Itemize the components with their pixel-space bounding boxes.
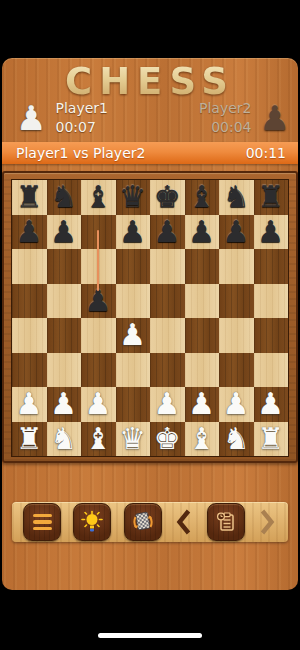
square-g7[interactable]: ♟ [219,215,254,250]
white-pawn: ♟ [188,387,215,421]
square-e5[interactable] [150,284,185,319]
black-king: ♚ [154,180,181,214]
notation-clock-icon [214,510,238,534]
square-h4[interactable] [254,318,289,353]
match-timer: 00:11 [246,145,298,161]
hamburger-icon [33,514,52,531]
match-bar: Player1 vs Player2 00:11 [2,142,298,164]
brown-pawn-icon: ♟ [260,98,290,138]
black-queen: ♛ [119,180,146,214]
white-pawn: ♟ [119,318,146,352]
square-f1[interactable]: ♝ [185,422,220,457]
white-player-clock: 00:07 [55,118,107,137]
black-bishop: ♝ [188,180,215,214]
status-bar-area [0,0,300,58]
square-e8[interactable]: ♚ [150,180,185,215]
white-player-name: Player1 [55,99,107,118]
lightbulb-icon [80,510,104,534]
square-g5[interactable] [219,284,254,319]
black-pawn: ♟ [257,215,284,249]
square-a1[interactable]: ♜ [12,422,47,457]
square-b2[interactable]: ♟ [47,387,82,422]
white-bishop: ♝ [85,422,112,456]
square-h7[interactable]: ♟ [254,215,289,250]
white-knight: ♞ [223,422,250,456]
square-b6[interactable] [47,249,82,284]
square-d8[interactable]: ♛ [116,180,151,215]
black-pawn: ♟ [16,215,43,249]
square-a4[interactable] [12,318,47,353]
square-b3[interactable] [47,353,82,388]
square-h6[interactable] [254,249,289,284]
black-player-name: Player2 [199,99,251,118]
black-pawn: ♟ [188,215,215,249]
square-h5[interactable] [254,284,289,319]
last-move-arrow [97,230,99,291]
square-a5[interactable] [12,284,47,319]
square-e1[interactable]: ♚ [150,422,185,457]
black-rook: ♜ [16,180,43,214]
square-f6[interactable] [185,249,220,284]
match-label: Player1 vs Player2 [2,145,145,161]
square-d6[interactable] [116,249,151,284]
square-b5[interactable] [47,284,82,319]
square-e6[interactable] [150,249,185,284]
white-bishop: ♝ [188,422,215,456]
black-pawn: ♟ [50,215,77,249]
black-player-clock: 00:04 [199,118,251,137]
hint-button[interactable] [73,503,111,541]
square-g8[interactable]: ♞ [219,180,254,215]
square-c8[interactable]: ♝ [81,180,116,215]
menu-button[interactable] [23,503,61,541]
white-king: ♚ [154,422,181,456]
square-g4[interactable] [219,318,254,353]
black-rook: ♜ [257,180,284,214]
square-a2[interactable]: ♟ [12,387,47,422]
square-e2[interactable]: ♟ [150,387,185,422]
square-c3[interactable] [81,353,116,388]
white-pawn: ♟ [85,387,112,421]
square-c1[interactable]: ♝ [81,422,116,457]
square-a3[interactable] [12,353,47,388]
white-pawn: ♟ [257,387,284,421]
square-f3[interactable] [185,353,220,388]
square-b7[interactable]: ♟ [47,215,82,250]
square-e3[interactable] [150,353,185,388]
flip-board-button[interactable] [124,503,162,541]
square-d2[interactable] [116,387,151,422]
square-b1[interactable]: ♞ [47,422,82,457]
square-e7[interactable]: ♟ [150,215,185,250]
square-h8[interactable]: ♜ [254,180,289,215]
square-g2[interactable]: ♟ [219,387,254,422]
black-pawn: ♟ [119,215,146,249]
white-pawn: ♟ [50,387,77,421]
square-d4[interactable]: ♟ [116,318,151,353]
square-f5[interactable] [185,284,220,319]
chevron-right-icon [258,508,276,536]
square-g6[interactable] [219,249,254,284]
square-b4[interactable] [47,318,82,353]
square-a7[interactable]: ♟ [12,215,47,250]
square-f7[interactable]: ♟ [185,215,220,250]
square-d3[interactable] [116,353,151,388]
square-g1[interactable]: ♞ [219,422,254,457]
black-knight: ♞ [223,180,250,214]
square-c2[interactable]: ♟ [81,387,116,422]
rotate-board-icon [130,509,156,535]
white-pawn: ♟ [154,387,181,421]
black-pawn: ♟ [223,215,250,249]
square-f8[interactable]: ♝ [185,180,220,215]
forward-button[interactable] [257,507,277,537]
square-a8[interactable]: ♜ [12,180,47,215]
square-a6[interactable] [12,249,47,284]
square-e4[interactable] [150,318,185,353]
white-rook: ♜ [257,422,284,456]
app-title: CHESS [2,60,298,103]
square-d1[interactable]: ♛ [116,422,151,457]
chevron-left-icon [175,508,193,536]
white-rook: ♜ [16,422,43,456]
toolbar [12,502,288,542]
player-strip: ♟ Player1 00:07 Player2 00:04 ♟ [2,98,298,142]
white-pawn: ♟ [16,387,43,421]
screen: CHESS ♟ Player1 00:07 Player2 00:04 ♟ Pl… [0,0,300,650]
board[interactable]: ♜♞♝♛♚♝♞♜♟♟♟♟♟♟♟♟♟♟♟♟♟♟♟♟♜♞♝♛♚♝♞♜ [12,180,288,456]
white-queen: ♛ [119,422,146,456]
square-f4[interactable] [185,318,220,353]
black-pawn: ♟ [154,215,181,249]
square-d5[interactable] [116,284,151,319]
player-white: ♟ Player1 00:07 [16,98,108,138]
home-indicator[interactable] [98,633,202,638]
back-button[interactable] [174,507,194,537]
player-black: Player2 00:04 ♟ [199,98,290,138]
move-list-button[interactable] [207,503,245,541]
square-g3[interactable] [219,353,254,388]
square-h3[interactable] [254,353,289,388]
black-knight: ♞ [50,180,77,214]
square-c4[interactable] [81,318,116,353]
square-b8[interactable]: ♞ [47,180,82,215]
square-f2[interactable]: ♟ [185,387,220,422]
white-pawn: ♟ [223,387,250,421]
white-pawn-icon: ♟ [16,98,46,138]
board-frame: ♜♞♝♛♚♝♞♜♟♟♟♟♟♟♟♟♟♟♟♟♟♟♟♟♜♞♝♛♚♝♞♜ [2,171,298,463]
square-h1[interactable]: ♜ [254,422,289,457]
wood-panel: CHESS ♟ Player1 00:07 Player2 00:04 ♟ Pl… [2,58,298,590]
square-d7[interactable]: ♟ [116,215,151,250]
black-bishop: ♝ [85,180,112,214]
square-h2[interactable]: ♟ [254,387,289,422]
white-knight: ♞ [50,422,77,456]
